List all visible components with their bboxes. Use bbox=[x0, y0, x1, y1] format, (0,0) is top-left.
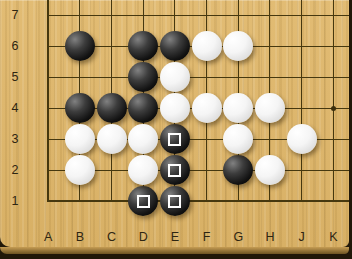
stone-white-H2[interactable] bbox=[255, 155, 285, 185]
go-diagram: ABCDEFGHJK7654321 bbox=[0, 0, 352, 259]
stone-white-D3[interactable] bbox=[128, 124, 158, 154]
stone-black-D1[interactable] bbox=[128, 186, 158, 216]
stone-black-E2[interactable] bbox=[160, 155, 190, 185]
square-marker-E3 bbox=[168, 133, 181, 146]
column-label-J: J bbox=[292, 229, 312, 245]
stone-white-E5[interactable] bbox=[160, 62, 190, 92]
stone-black-G2[interactable] bbox=[223, 155, 253, 185]
column-label-F: F bbox=[197, 229, 217, 245]
stone-white-J3[interactable] bbox=[287, 124, 317, 154]
stone-black-D4[interactable] bbox=[128, 93, 158, 123]
stone-black-E1[interactable] bbox=[160, 186, 190, 216]
row-label-3: 3 bbox=[5, 131, 25, 147]
stone-white-E4[interactable] bbox=[160, 93, 190, 123]
stone-white-B2[interactable] bbox=[65, 155, 95, 185]
grid-line-col-K bbox=[333, 0, 334, 202]
stone-white-D2[interactable] bbox=[128, 155, 158, 185]
grid-line-row-1 bbox=[47, 200, 349, 202]
stone-white-F4[interactable] bbox=[192, 93, 222, 123]
row-label-7: 7 bbox=[5, 7, 25, 23]
go-board[interactable]: ABCDEFGHJK7654321 bbox=[0, 0, 349, 247]
column-label-K: K bbox=[323, 229, 343, 245]
stone-black-D6[interactable] bbox=[128, 31, 158, 61]
stone-white-G3[interactable] bbox=[223, 124, 253, 154]
stone-black-B6[interactable] bbox=[65, 31, 95, 61]
row-label-5: 5 bbox=[5, 69, 25, 85]
column-label-D: D bbox=[133, 229, 153, 245]
stone-black-E3[interactable] bbox=[160, 124, 190, 154]
stone-white-B3[interactable] bbox=[65, 124, 95, 154]
row-label-4: 4 bbox=[5, 100, 25, 116]
stone-black-D5[interactable] bbox=[128, 62, 158, 92]
square-marker-E2 bbox=[168, 164, 181, 177]
column-label-G: G bbox=[228, 229, 248, 245]
board-bottom-bevel bbox=[0, 247, 349, 254]
stone-black-B4[interactable] bbox=[65, 93, 95, 123]
row-label-1: 1 bbox=[5, 193, 25, 209]
stone-black-E6[interactable] bbox=[160, 31, 190, 61]
column-label-A: A bbox=[38, 229, 58, 245]
column-label-E: E bbox=[165, 229, 185, 245]
row-label-2: 2 bbox=[5, 162, 25, 178]
column-label-C: C bbox=[102, 229, 122, 245]
stone-black-C4[interactable] bbox=[97, 93, 127, 123]
grid-line-row-7 bbox=[47, 15, 349, 16]
row-label-6: 6 bbox=[5, 38, 25, 54]
star-point-K4 bbox=[331, 106, 336, 111]
stone-white-C3[interactable] bbox=[97, 124, 127, 154]
column-label-B: B bbox=[70, 229, 90, 245]
grid-line-col-A bbox=[47, 0, 49, 202]
grid-line-col-J bbox=[301, 0, 302, 202]
square-marker-D1 bbox=[137, 195, 150, 208]
stone-white-G6[interactable] bbox=[223, 31, 253, 61]
stone-white-G4[interactable] bbox=[223, 93, 253, 123]
grid-line-row-5 bbox=[47, 77, 349, 78]
stone-white-H4[interactable] bbox=[255, 93, 285, 123]
stone-white-F6[interactable] bbox=[192, 31, 222, 61]
column-label-H: H bbox=[260, 229, 280, 245]
square-marker-E1 bbox=[168, 195, 181, 208]
